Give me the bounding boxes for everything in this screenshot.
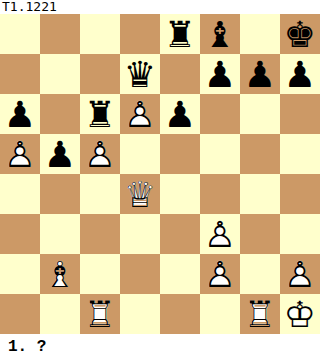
square-h3[interactable]: [280, 214, 320, 254]
square-b6[interactable]: [40, 94, 80, 134]
square-b7[interactable]: [40, 54, 80, 94]
square-a5[interactable]: ♟♙: [0, 134, 40, 174]
square-f3[interactable]: ♟♙: [200, 214, 240, 254]
square-a2[interactable]: [0, 254, 40, 294]
white-pawn-fill: ♟: [200, 254, 240, 294]
white-pawn-fill: ♟: [120, 94, 160, 134]
square-e2[interactable]: [160, 254, 200, 294]
square-a1[interactable]: [0, 294, 40, 334]
square-b5[interactable]: ♟: [40, 134, 80, 174]
square-f2[interactable]: ♟♙: [200, 254, 240, 294]
square-g7[interactable]: ♟: [240, 54, 280, 94]
white-pawn-fill: ♟: [0, 134, 40, 174]
black-bishop: ♝: [200, 14, 240, 54]
black-king: ♚: [280, 14, 320, 54]
square-g3[interactable]: [240, 214, 280, 254]
square-e4[interactable]: [160, 174, 200, 214]
square-d1[interactable]: [120, 294, 160, 334]
square-d2[interactable]: [120, 254, 160, 294]
square-c3[interactable]: [80, 214, 120, 254]
square-a3[interactable]: [0, 214, 40, 254]
square-h4[interactable]: [280, 174, 320, 214]
black-pawn: ♟: [280, 54, 320, 94]
square-g5[interactable]: [240, 134, 280, 174]
square-e7[interactable]: [160, 54, 200, 94]
black-pawn: ♟: [40, 134, 80, 174]
move-prompt: 1. ?: [0, 334, 320, 360]
square-c8[interactable]: [80, 14, 120, 54]
white-rook-fill: ♜: [240, 294, 280, 334]
white-pawn-fill: ♟: [80, 134, 120, 174]
white-pawn: ♙: [80, 134, 120, 174]
square-b2[interactable]: ♝♗: [40, 254, 80, 294]
square-e1[interactable]: [160, 294, 200, 334]
square-e5[interactable]: [160, 134, 200, 174]
black-pawn: ♟: [200, 54, 240, 94]
square-d4[interactable]: ♛♕: [120, 174, 160, 214]
square-d7[interactable]: ♛: [120, 54, 160, 94]
square-b8[interactable]: [40, 14, 80, 54]
chess-puzzle-app: T1.1221 ♜♝♚♛♟♟♟♟♜♟♙♟♟♙♟♟♙♛♕♟♙♝♗♟♙♟♙♜♖♜♖♚…: [0, 0, 320, 360]
white-rook: ♖: [80, 294, 120, 334]
square-c4[interactable]: [80, 174, 120, 214]
white-rook-fill: ♜: [80, 294, 120, 334]
square-e8[interactable]: ♜: [160, 14, 200, 54]
black-pawn: ♟: [240, 54, 280, 94]
square-c5[interactable]: ♟♙: [80, 134, 120, 174]
square-f4[interactable]: [200, 174, 240, 214]
square-g4[interactable]: [240, 174, 280, 214]
square-a6[interactable]: ♟: [0, 94, 40, 134]
puzzle-id: T1.1221: [0, 0, 320, 14]
square-g1[interactable]: ♜♖: [240, 294, 280, 334]
black-rook: ♜: [160, 14, 200, 54]
square-d3[interactable]: [120, 214, 160, 254]
white-pawn-fill: ♟: [280, 254, 320, 294]
square-c2[interactable]: [80, 254, 120, 294]
square-a7[interactable]: [0, 54, 40, 94]
white-pawn: ♙: [200, 214, 240, 254]
square-h8[interactable]: ♚: [280, 14, 320, 54]
square-f1[interactable]: [200, 294, 240, 334]
white-pawn: ♙: [0, 134, 40, 174]
square-b3[interactable]: [40, 214, 80, 254]
square-h6[interactable]: [280, 94, 320, 134]
white-pawn: ♙: [120, 94, 160, 134]
square-c1[interactable]: ♜♖: [80, 294, 120, 334]
square-a4[interactable]: [0, 174, 40, 214]
square-h5[interactable]: [280, 134, 320, 174]
square-f6[interactable]: [200, 94, 240, 134]
white-pawn: ♙: [280, 254, 320, 294]
square-c6[interactable]: ♜: [80, 94, 120, 134]
white-pawn: ♙: [200, 254, 240, 294]
square-g6[interactable]: [240, 94, 280, 134]
black-rook: ♜: [80, 94, 120, 134]
white-king-fill: ♚: [280, 294, 320, 334]
square-d8[interactable]: [120, 14, 160, 54]
square-b4[interactable]: [40, 174, 80, 214]
black-pawn: ♟: [160, 94, 200, 134]
square-d6[interactable]: ♟♙: [120, 94, 160, 134]
black-pawn: ♟: [0, 94, 40, 134]
white-bishop: ♗: [40, 254, 80, 294]
square-h1[interactable]: ♚♔: [280, 294, 320, 334]
white-king: ♔: [280, 294, 320, 334]
square-c7[interactable]: [80, 54, 120, 94]
square-f5[interactable]: [200, 134, 240, 174]
square-h7[interactable]: ♟: [280, 54, 320, 94]
white-queen: ♕: [120, 174, 160, 214]
square-a8[interactable]: [0, 14, 40, 54]
square-f8[interactable]: ♝: [200, 14, 240, 54]
black-queen: ♛: [120, 54, 160, 94]
white-queen-fill: ♛: [120, 174, 160, 214]
white-rook: ♖: [240, 294, 280, 334]
square-e6[interactable]: ♟: [160, 94, 200, 134]
square-d5[interactable]: [120, 134, 160, 174]
square-g8[interactable]: [240, 14, 280, 54]
white-bishop-fill: ♝: [40, 254, 80, 294]
square-h2[interactable]: ♟♙: [280, 254, 320, 294]
white-pawn-fill: ♟: [200, 214, 240, 254]
square-f7[interactable]: ♟: [200, 54, 240, 94]
square-e3[interactable]: [160, 214, 200, 254]
square-b1[interactable]: [40, 294, 80, 334]
chess-board: ♜♝♚♛♟♟♟♟♜♟♙♟♟♙♟♟♙♛♕♟♙♝♗♟♙♟♙♜♖♜♖♚♔: [0, 14, 320, 334]
square-g2[interactable]: [240, 254, 280, 294]
